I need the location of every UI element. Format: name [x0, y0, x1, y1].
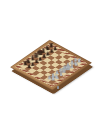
product-photo: ♜♞♝♛♚♝♞♜♟♟♟♟♟♟♟♟♟♟♟♟♟♟♟♟♜♞♝♛♚♝♞♜	[0, 0, 100, 133]
board-perspective-wrap: ♜♞♝♛♚♝♞♜♟♟♟♟♟♟♟♟♟♟♟♟♟♟♟♟♜♞♝♛♚♝♞♜	[0, 0, 100, 133]
chess-board: ♜♞♝♛♚♝♞♜♟♟♟♟♟♟♟♟♟♟♟♟♟♟♟♟♜♞♝♛♚♝♞♜	[10, 40, 92, 90]
white-rook-a1: ♜	[47, 76, 59, 82]
box-clasp	[57, 86, 59, 89]
black-pawn-a7: ♟	[23, 64, 35, 70]
board-frame: ♜♞♝♛♚♝♞♜♟♟♟♟♟♟♟♟♟♟♟♟♟♟♟♟♜♞♝♛♚♝♞♜	[10, 40, 92, 90]
